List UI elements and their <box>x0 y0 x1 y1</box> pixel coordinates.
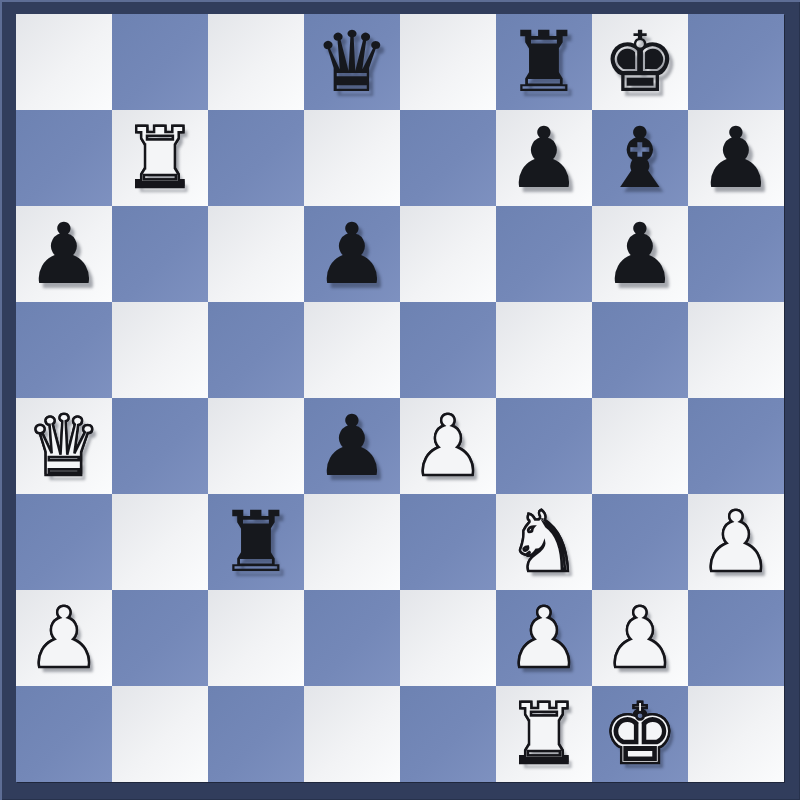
square-f4[interactable] <box>496 398 592 494</box>
square-b6[interactable] <box>112 206 208 302</box>
square-c1[interactable] <box>208 686 304 782</box>
black-pawn-d6[interactable]: ♟ <box>314 206 389 302</box>
square-f5[interactable] <box>496 302 592 398</box>
square-a6[interactable]: ♟ <box>16 206 112 302</box>
black-pawn-f7[interactable]: ♟ <box>506 110 581 206</box>
square-a2[interactable]: ♟ <box>16 590 112 686</box>
square-a3[interactable] <box>16 494 112 590</box>
square-d1[interactable] <box>304 686 400 782</box>
square-h4[interactable] <box>688 398 784 494</box>
square-f7[interactable]: ♟ <box>496 110 592 206</box>
square-b7[interactable]: ♜ <box>112 110 208 206</box>
white-pawn-a2[interactable]: ♟ <box>26 590 101 686</box>
square-c3[interactable]: ♜ <box>208 494 304 590</box>
square-h2[interactable] <box>688 590 784 686</box>
square-e4[interactable]: ♟ <box>400 398 496 494</box>
black-king-g8[interactable]: ♚ <box>602 14 677 110</box>
square-d8[interactable]: ♛ <box>304 14 400 110</box>
square-g8[interactable]: ♚ <box>592 14 688 110</box>
square-c7[interactable] <box>208 110 304 206</box>
square-g4[interactable] <box>592 398 688 494</box>
square-d6[interactable]: ♟ <box>304 206 400 302</box>
black-bishop-g7[interactable]: ♝ <box>602 110 677 206</box>
square-e5[interactable] <box>400 302 496 398</box>
white-rook-f1[interactable]: ♜ <box>506 686 581 782</box>
square-e3[interactable] <box>400 494 496 590</box>
chess-board: ♛♜♚♜♟♝♟♟♟♟♛♟♟♜♞♟♟♟♟♜♚ <box>16 14 784 782</box>
white-pawn-h3[interactable]: ♟ <box>698 494 773 590</box>
square-a4[interactable]: ♛ <box>16 398 112 494</box>
square-g1[interactable]: ♚ <box>592 686 688 782</box>
square-g6[interactable]: ♟ <box>592 206 688 302</box>
square-e6[interactable] <box>400 206 496 302</box>
square-d2[interactable] <box>304 590 400 686</box>
black-pawn-g6[interactable]: ♟ <box>602 206 677 302</box>
square-h7[interactable]: ♟ <box>688 110 784 206</box>
black-pawn-d4[interactable]: ♟ <box>314 398 389 494</box>
black-pawn-a6[interactable]: ♟ <box>26 206 101 302</box>
square-c8[interactable] <box>208 14 304 110</box>
black-pawn-h7[interactable]: ♟ <box>698 110 773 206</box>
square-b2[interactable] <box>112 590 208 686</box>
square-a8[interactable] <box>16 14 112 110</box>
square-e7[interactable] <box>400 110 496 206</box>
white-pawn-e4[interactable]: ♟ <box>410 398 485 494</box>
square-e1[interactable] <box>400 686 496 782</box>
square-f3[interactable]: ♞ <box>496 494 592 590</box>
square-d3[interactable] <box>304 494 400 590</box>
black-rook-f8[interactable]: ♜ <box>506 14 581 110</box>
square-h8[interactable] <box>688 14 784 110</box>
white-pawn-g2[interactable]: ♟ <box>602 590 677 686</box>
square-e8[interactable] <box>400 14 496 110</box>
square-a5[interactable] <box>16 302 112 398</box>
square-c2[interactable] <box>208 590 304 686</box>
square-h6[interactable] <box>688 206 784 302</box>
black-rook-c3[interactable]: ♜ <box>218 494 293 590</box>
square-f8[interactable]: ♜ <box>496 14 592 110</box>
square-d7[interactable] <box>304 110 400 206</box>
square-f2[interactable]: ♟ <box>496 590 592 686</box>
square-h3[interactable]: ♟ <box>688 494 784 590</box>
square-a7[interactable] <box>16 110 112 206</box>
white-knight-f3[interactable]: ♞ <box>506 494 581 590</box>
square-b8[interactable] <box>112 14 208 110</box>
square-d4[interactable]: ♟ <box>304 398 400 494</box>
board-frame: ♛♜♚♜♟♝♟♟♟♟♛♟♟♜♞♟♟♟♟♜♚ <box>0 0 800 800</box>
square-a1[interactable] <box>16 686 112 782</box>
square-c4[interactable] <box>208 398 304 494</box>
square-h5[interactable] <box>688 302 784 398</box>
square-b4[interactable] <box>112 398 208 494</box>
square-b3[interactable] <box>112 494 208 590</box>
square-b1[interactable] <box>112 686 208 782</box>
white-rook-b7[interactable]: ♜ <box>122 110 197 206</box>
white-king-g1[interactable]: ♚ <box>602 686 677 782</box>
square-e2[interactable] <box>400 590 496 686</box>
square-f6[interactable] <box>496 206 592 302</box>
square-f1[interactable]: ♜ <box>496 686 592 782</box>
white-queen-a4[interactable]: ♛ <box>26 398 101 494</box>
white-pawn-f2[interactable]: ♟ <box>506 590 581 686</box>
square-g7[interactable]: ♝ <box>592 110 688 206</box>
square-g3[interactable] <box>592 494 688 590</box>
square-h1[interactable] <box>688 686 784 782</box>
square-d5[interactable] <box>304 302 400 398</box>
square-b5[interactable] <box>112 302 208 398</box>
square-g5[interactable] <box>592 302 688 398</box>
square-c5[interactable] <box>208 302 304 398</box>
square-c6[interactable] <box>208 206 304 302</box>
square-g2[interactable]: ♟ <box>592 590 688 686</box>
black-queen-d8[interactable]: ♛ <box>314 14 389 110</box>
